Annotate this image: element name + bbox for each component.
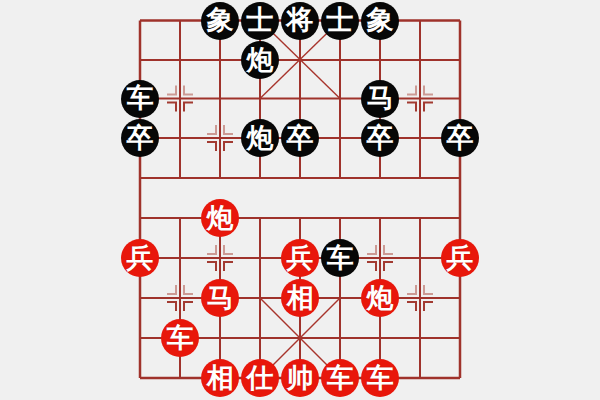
red-horse-piece[interactable]: 马	[201, 279, 239, 317]
xiangqi-board: 象士将士象炮车马卒炮卒卒卒炮兵兵车兵马相炮车相仕帅车车	[0, 0, 600, 400]
red-pawn-piece[interactable]: 兵	[121, 239, 159, 277]
black-general-piece[interactable]: 将	[281, 2, 319, 40]
black-elephant-piece[interactable]: 象	[361, 2, 399, 40]
black-elephant-piece[interactable]: 象	[201, 2, 239, 40]
black-chariot-piece[interactable]: 车	[321, 239, 359, 277]
red-chariot-piece[interactable]: 车	[321, 359, 359, 397]
black-cannon-piece[interactable]: 炮	[241, 41, 279, 79]
red-pawn-piece[interactable]: 兵	[281, 239, 319, 277]
red-elephant-piece[interactable]: 相	[281, 279, 319, 317]
red-cannon-piece[interactable]: 炮	[201, 199, 239, 237]
red-pawn-piece[interactable]: 兵	[441, 239, 479, 277]
black-chariot-piece[interactable]: 车	[121, 80, 159, 118]
black-pawn-piece[interactable]: 卒	[121, 119, 159, 157]
red-elephant-piece[interactable]: 相	[201, 359, 239, 397]
red-chariot-piece[interactable]: 车	[161, 319, 199, 357]
pieces-layer: 象士将士象炮车马卒炮卒卒卒炮兵兵车兵马相炮车相仕帅车车	[0, 0, 600, 400]
black-horse-piece[interactable]: 马	[361, 80, 399, 118]
black-pawn-piece[interactable]: 卒	[281, 119, 319, 157]
black-advisor-piece[interactable]: 士	[241, 2, 279, 40]
black-pawn-piece[interactable]: 卒	[361, 119, 399, 157]
red-advisor-piece[interactable]: 仕	[241, 359, 279, 397]
red-general-piece[interactable]: 帅	[281, 359, 319, 397]
black-cannon-piece[interactable]: 炮	[241, 119, 279, 157]
red-chariot-piece[interactable]: 车	[361, 359, 399, 397]
black-advisor-piece[interactable]: 士	[321, 2, 359, 40]
red-cannon-piece[interactable]: 炮	[361, 279, 399, 317]
black-pawn-piece[interactable]: 卒	[441, 119, 479, 157]
